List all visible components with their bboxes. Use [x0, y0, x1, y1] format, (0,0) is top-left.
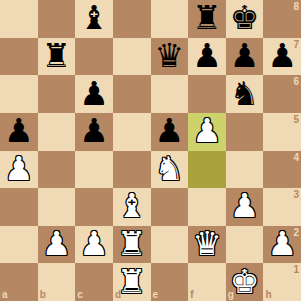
square-a6[interactable] — [0, 75, 38, 113]
square-e1[interactable]: e — [151, 263, 189, 301]
piece-white-pawn[interactable]: ♟ — [4, 152, 34, 185]
file-label-h: h — [265, 290, 271, 300]
piece-black-pawn[interactable]: ♟ — [267, 39, 297, 72]
rank-label-6: 6 — [293, 77, 299, 87]
square-c5[interactable]: ♟ — [75, 113, 113, 151]
square-c4[interactable] — [75, 151, 113, 189]
square-g5[interactable] — [226, 113, 264, 151]
square-b5[interactable] — [38, 113, 76, 151]
square-b4[interactable] — [38, 151, 76, 189]
square-a1[interactable]: a — [0, 263, 38, 301]
square-f4[interactable] — [188, 151, 226, 189]
piece-black-queen[interactable]: ♛ — [155, 39, 185, 72]
square-a5[interactable]: ♟ — [0, 113, 38, 151]
square-c1[interactable]: c — [75, 263, 113, 301]
square-g4[interactable] — [226, 151, 264, 189]
square-h4[interactable]: 4 — [263, 151, 301, 189]
square-d1[interactable]: d♜ — [113, 263, 151, 301]
piece-black-bishop[interactable]: ♝ — [79, 1, 109, 34]
square-g8[interactable]: ♚ — [226, 0, 264, 38]
rank-label-3: 3 — [293, 190, 299, 200]
square-b6[interactable] — [38, 75, 76, 113]
piece-white-pawn[interactable]: ♟ — [267, 227, 297, 260]
square-b3[interactable] — [38, 188, 76, 226]
square-c3[interactable] — [75, 188, 113, 226]
rank-label-1: 1 — [293, 265, 299, 275]
square-a4[interactable]: ♟ — [0, 151, 38, 189]
square-f8[interactable]: ♜ — [188, 0, 226, 38]
square-b1[interactable]: b — [38, 263, 76, 301]
file-label-f: f — [190, 290, 193, 300]
square-c2[interactable]: ♟ — [75, 226, 113, 264]
square-g1[interactable]: g♚ — [226, 263, 264, 301]
square-e4[interactable]: ♞ — [151, 151, 189, 189]
square-d3[interactable]: ♝ — [113, 188, 151, 226]
square-c8[interactable]: ♝ — [75, 0, 113, 38]
square-f5[interactable]: ♟ — [188, 113, 226, 151]
piece-white-king[interactable]: ♚ — [230, 265, 260, 298]
piece-white-pawn[interactable]: ♟ — [42, 227, 72, 260]
square-h5[interactable]: 5 — [263, 113, 301, 151]
piece-black-pawn[interactable]: ♟ — [155, 114, 185, 147]
square-a7[interactable] — [0, 38, 38, 76]
piece-white-pawn[interactable]: ♟ — [79, 227, 109, 260]
square-d5[interactable] — [113, 113, 151, 151]
piece-black-pawn[interactable]: ♟ — [192, 39, 222, 72]
piece-white-rook[interactable]: ♜ — [117, 265, 147, 298]
piece-white-knight[interactable]: ♞ — [155, 152, 185, 185]
file-label-c: c — [77, 290, 83, 300]
piece-white-queen[interactable]: ♛ — [192, 227, 222, 260]
rank-label-8: 8 — [293, 2, 299, 12]
square-c6[interactable]: ♟ — [75, 75, 113, 113]
piece-black-pawn[interactable]: ♟ — [230, 39, 260, 72]
square-e7[interactable]: ♛ — [151, 38, 189, 76]
piece-black-rook[interactable]: ♜ — [42, 39, 72, 72]
piece-black-pawn[interactable]: ♟ — [79, 114, 109, 147]
square-e5[interactable]: ♟ — [151, 113, 189, 151]
square-c7[interactable] — [75, 38, 113, 76]
square-d4[interactable] — [113, 151, 151, 189]
piece-white-rook[interactable]: ♜ — [117, 227, 147, 260]
file-label-b: b — [40, 290, 46, 300]
square-f1[interactable]: f — [188, 263, 226, 301]
rank-label-4: 4 — [293, 153, 299, 163]
square-a3[interactable] — [0, 188, 38, 226]
square-h6[interactable]: 6 — [263, 75, 301, 113]
rank-label-5: 5 — [293, 115, 299, 125]
square-b8[interactable] — [38, 0, 76, 38]
square-f2[interactable]: ♛ — [188, 226, 226, 264]
piece-white-pawn[interactable]: ♟ — [192, 114, 222, 147]
piece-black-pawn[interactable]: ♟ — [4, 114, 34, 147]
square-a8[interactable] — [0, 0, 38, 38]
piece-black-rook[interactable]: ♜ — [192, 1, 222, 34]
square-h7[interactable]: 7♟ — [263, 38, 301, 76]
square-d6[interactable] — [113, 75, 151, 113]
square-e3[interactable] — [151, 188, 189, 226]
square-f3[interactable] — [188, 188, 226, 226]
square-g2[interactable] — [226, 226, 264, 264]
square-d8[interactable] — [113, 0, 151, 38]
square-a2[interactable] — [0, 226, 38, 264]
square-h3[interactable]: 3 — [263, 188, 301, 226]
square-e2[interactable] — [151, 226, 189, 264]
square-h2[interactable]: 2♟ — [263, 226, 301, 264]
square-f7[interactable]: ♟ — [188, 38, 226, 76]
square-b2[interactable]: ♟ — [38, 226, 76, 264]
square-d2[interactable]: ♜ — [113, 226, 151, 264]
square-g7[interactable]: ♟ — [226, 38, 264, 76]
piece-white-bishop[interactable]: ♝ — [117, 189, 147, 222]
square-h8[interactable]: 8 — [263, 0, 301, 38]
piece-black-knight[interactable]: ♞ — [230, 77, 260, 110]
file-label-e: e — [153, 290, 159, 300]
piece-black-pawn[interactable]: ♟ — [79, 77, 109, 110]
square-g3[interactable]: ♟ — [226, 188, 264, 226]
file-label-a: a — [2, 290, 8, 300]
square-g6[interactable]: ♞ — [226, 75, 264, 113]
chess-board: ♝♜♚8♜♛♟♟7♟♟♞6♟♟♟♟5♟♞4♝♟3♟♟♜♛2♟abcd♜efg♚1… — [0, 0, 301, 301]
piece-black-king[interactable]: ♚ — [230, 1, 260, 34]
square-e8[interactable] — [151, 0, 189, 38]
square-b7[interactable]: ♜ — [38, 38, 76, 76]
square-h1[interactable]: 1h — [263, 263, 301, 301]
square-e6[interactable] — [151, 75, 189, 113]
piece-white-pawn[interactable]: ♟ — [230, 189, 260, 222]
square-f6[interactable] — [188, 75, 226, 113]
square-d7[interactable] — [113, 38, 151, 76]
